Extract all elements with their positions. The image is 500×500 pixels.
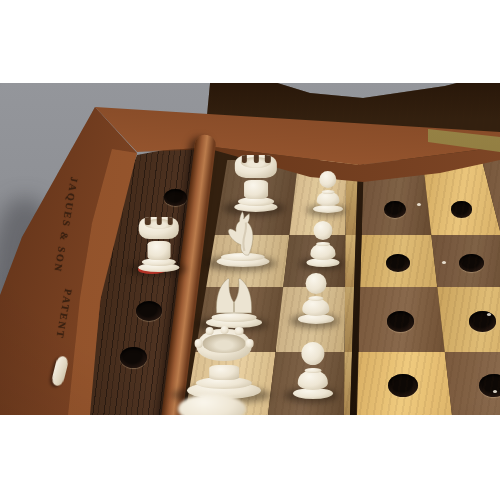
photo-card: JAQUES & SON PATENT [0,0,500,500]
piece-partial-piece [178,394,246,415]
piece-white-rook-tray [137,217,181,272]
dust-speck [442,261,446,264]
tray-peg-hole [164,189,187,206]
dust-speck [487,313,491,316]
piece-white-pawn-4 [293,342,333,399]
photo-area: JAQUES & SON PATENT [0,83,500,415]
peg-hole [469,311,496,332]
peg-hole [459,254,483,272]
tray-peg-hole [136,301,162,321]
piece-white-pawn-3 [298,273,334,324]
piece-white-bishop [206,269,262,328]
piece-white-pawn-1 [313,171,343,213]
peg-hole [388,374,418,397]
peg-hole [384,201,406,218]
piece-white-knight [216,209,270,267]
bishop-mitre [213,271,254,318]
piece-white-queen [187,329,261,399]
peg-hole [386,254,410,272]
piece-white-rook-board [233,155,279,212]
knight-head [224,208,263,258]
peg-hole [451,201,473,218]
tray-peg-hole [120,347,147,368]
peg-hole [387,311,414,332]
dust-speck [417,203,421,206]
piece-white-pawn-2 [307,221,340,267]
dust-speck [493,390,497,393]
peg-hole [479,374,500,397]
